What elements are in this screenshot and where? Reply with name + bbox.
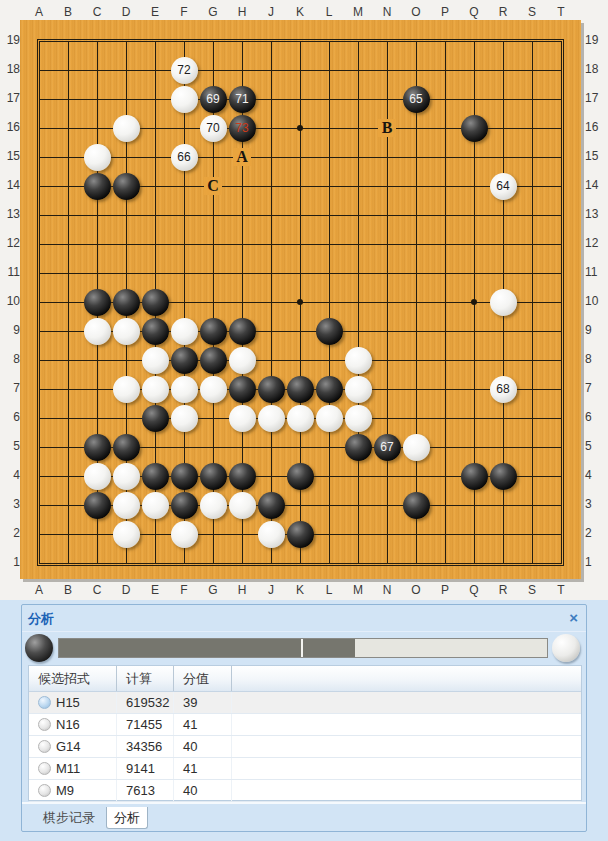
black-stone-D10: [113, 289, 140, 316]
move-number-70: 70: [206, 122, 219, 134]
black-stone-R4: [490, 463, 517, 490]
white-stone-H6: [229, 405, 256, 432]
col-label-bottom-T: T: [550, 583, 572, 598]
white-stone-F2: [171, 521, 198, 548]
black-stone-O3: [403, 492, 430, 519]
white-stone-D9: [113, 318, 140, 345]
white-stone-G16: 70: [200, 115, 227, 142]
col-label-top-E: E: [144, 5, 166, 20]
white-stone-L6: [316, 405, 343, 432]
row-label-left-5: 5: [2, 439, 20, 454]
white-stone-R14: 64: [490, 173, 517, 200]
stone-bullet-icon: [38, 696, 51, 709]
row-label-right-12: 12: [585, 236, 603, 251]
slider-track[interactable]: [58, 638, 548, 658]
white-stone-M8: [345, 347, 372, 374]
close-icon[interactable]: ×: [569, 609, 578, 626]
header-score: 分值: [174, 666, 232, 691]
row-label-right-7: 7: [585, 381, 603, 396]
black-stone-L9: [316, 318, 343, 345]
candidate-row-M9[interactable]: M9761340: [29, 780, 581, 802]
slider-fill: [59, 639, 355, 657]
calc-count-cell: 9141: [117, 758, 174, 779]
col-label-bottom-N: N: [376, 583, 398, 598]
black-stone-J3: [258, 492, 285, 519]
black-stone-E10: [142, 289, 169, 316]
candidate-move-label: M11: [56, 761, 80, 776]
white-stone-E3: [142, 492, 169, 519]
col-label-top-N: N: [376, 5, 398, 20]
candidate-move-cell: H15: [29, 692, 117, 713]
row-label-right-8: 8: [585, 352, 603, 367]
white-stone-F17: [171, 86, 198, 113]
empty-cell: [232, 780, 581, 801]
col-label-top-G: G: [202, 5, 224, 20]
row-label-right-10: 10: [585, 294, 603, 309]
grid-vline: [416, 41, 417, 564]
candidate-move-label: M9: [56, 783, 74, 798]
col-label-bottom-H: H: [231, 583, 253, 598]
white-stone-D2: [113, 521, 140, 548]
white-stone-slider-handle[interactable]: [552, 634, 580, 662]
white-stone-F7: [171, 376, 198, 403]
move-number-73: 73: [235, 122, 248, 134]
row-label-right-1: 1: [585, 555, 603, 570]
calc-count-cell: 71455: [117, 714, 174, 735]
col-label-bottom-K: K: [289, 583, 311, 598]
candidate-move-label: G14: [56, 739, 81, 754]
row-label-left-9: 9: [2, 323, 20, 338]
row-label-left-1: 1: [2, 555, 20, 570]
candidate-moves-table: 候选招式 计算 分值 H1561953239N167145541G1434356…: [28, 665, 582, 801]
row-label-right-3: 3: [585, 497, 603, 512]
col-label-bottom-G: G: [202, 583, 224, 598]
row-label-right-4: 4: [585, 468, 603, 483]
col-label-bottom-R: R: [492, 583, 514, 598]
white-stone-R10: [490, 289, 517, 316]
move-number-72: 72: [177, 64, 190, 76]
col-label-top-H: H: [231, 5, 253, 20]
black-stone-Q16: [461, 115, 488, 142]
row-label-left-16: 16: [2, 120, 20, 135]
black-stone-H9: [229, 318, 256, 345]
header-spacer: [232, 666, 581, 691]
header-calculations: 计算: [117, 666, 174, 691]
grid-hline: [39, 360, 562, 361]
black-stone-H7: [229, 376, 256, 403]
col-label-bottom-A: A: [28, 583, 50, 598]
star-point-K16: [297, 125, 303, 131]
row-label-left-13: 13: [2, 207, 20, 222]
bottom-tab-bar: 棋步记录分析: [22, 802, 586, 831]
row-label-right-16: 16: [585, 120, 603, 135]
calc-count-cell: 619532: [117, 692, 174, 713]
black-stone-K4: [287, 463, 314, 490]
annotation-B[interactable]: B: [378, 119, 396, 137]
candidate-row-N16[interactable]: N167145541: [29, 714, 581, 736]
tab-move-record[interactable]: 棋步记录: [36, 807, 102, 829]
white-stone-F18: 72: [171, 57, 198, 84]
row-label-left-6: 6: [2, 410, 20, 425]
col-label-top-M: M: [347, 5, 369, 20]
row-label-right-13: 13: [585, 207, 603, 222]
black-stone-H17: 71: [229, 86, 256, 113]
white-stone-D3: [113, 492, 140, 519]
move-number-68: 68: [496, 383, 509, 395]
row-label-left-14: 14: [2, 178, 20, 193]
black-stone-O17: 65: [403, 86, 430, 113]
go-app-window: AABBCCDDEEFFGGHHJJKKLLMMNNOOPPQQRRSSTT19…: [0, 0, 608, 841]
score-cell: 41: [174, 758, 232, 779]
black-stone-C5: [84, 434, 111, 461]
row-label-right-11: 11: [585, 265, 603, 280]
black-stone-F3: [171, 492, 198, 519]
black-stone-L7: [316, 376, 343, 403]
black-stone-J7: [258, 376, 285, 403]
black-stone-K7: [287, 376, 314, 403]
col-label-top-S: S: [521, 5, 543, 20]
empty-cell: [232, 714, 581, 735]
col-label-bottom-S: S: [521, 583, 543, 598]
stone-bullet-icon: [38, 718, 51, 731]
white-stone-O5: [403, 434, 430, 461]
row-label-right-17: 17: [585, 91, 603, 106]
tab-analysis[interactable]: 分析: [106, 807, 148, 829]
white-stone-G3: [200, 492, 227, 519]
white-stone-D7: [113, 376, 140, 403]
col-label-bottom-C: C: [86, 583, 108, 598]
col-label-bottom-Q: Q: [463, 583, 485, 598]
white-stone-E7: [142, 376, 169, 403]
black-stone-G9: [200, 318, 227, 345]
candidate-move-label: H15: [56, 695, 80, 710]
col-label-bottom-P: P: [434, 583, 456, 598]
row-label-left-2: 2: [2, 526, 20, 541]
col-label-bottom-D: D: [115, 583, 137, 598]
candidate-move-cell: M11: [29, 758, 117, 779]
move-number-67: 67: [380, 441, 393, 453]
candidate-move-cell: G14: [29, 736, 117, 757]
col-label-top-D: D: [115, 5, 137, 20]
col-label-top-O: O: [405, 5, 427, 20]
col-label-bottom-O: O: [405, 583, 427, 598]
white-stone-M6: [345, 405, 372, 432]
col-label-top-J: J: [260, 5, 282, 20]
black-stone-F8: [171, 347, 198, 374]
col-label-top-Q: Q: [463, 5, 485, 20]
row-label-right-15: 15: [585, 149, 603, 164]
col-label-top-F: F: [173, 5, 195, 20]
candidate-move-cell: N16: [29, 714, 117, 735]
row-label-left-11: 11: [2, 265, 20, 280]
candidate-move-label: N16: [56, 717, 80, 732]
black-stone-G4: [200, 463, 227, 490]
row-label-right-6: 6: [585, 410, 603, 425]
white-stone-K6: [287, 405, 314, 432]
white-stone-F9: [171, 318, 198, 345]
col-label-top-C: C: [86, 5, 108, 20]
black-stone-Q4: [461, 463, 488, 490]
white-stone-D16: [113, 115, 140, 142]
black-stone-E4: [142, 463, 169, 490]
grid-vline: [532, 41, 533, 564]
col-label-bottom-B: B: [57, 583, 79, 598]
row-label-right-2: 2: [585, 526, 603, 541]
black-stone-E9: [142, 318, 169, 345]
white-stone-C15: [84, 144, 111, 171]
black-stone-C14: [84, 173, 111, 200]
col-label-top-K: K: [289, 5, 311, 20]
black-stone-M5: [345, 434, 372, 461]
row-label-right-9: 9: [585, 323, 603, 338]
col-label-top-P: P: [434, 5, 456, 20]
row-label-left-4: 4: [2, 468, 20, 483]
star-point-Q10: [471, 299, 477, 305]
row-label-left-7: 7: [2, 381, 20, 396]
candidate-move-cell: M9: [29, 780, 117, 801]
row-label-right-14: 14: [585, 178, 603, 193]
col-label-bottom-M: M: [347, 583, 369, 598]
col-label-top-B: B: [57, 5, 79, 20]
col-label-top-R: R: [492, 5, 514, 20]
stone-bullet-icon: [38, 740, 51, 753]
white-stone-H3: [229, 492, 256, 519]
winrate-slider: [22, 631, 586, 665]
black-stone-G8: [200, 347, 227, 374]
move-number-69: 69: [206, 93, 219, 105]
empty-cell: [232, 758, 581, 779]
black-stone-D14: [113, 173, 140, 200]
col-label-top-T: T: [550, 5, 572, 20]
row-label-left-17: 17: [2, 91, 20, 106]
grid-vline: [561, 41, 562, 564]
white-stone-J2: [258, 521, 285, 548]
header-candidate-move: 候选招式: [29, 666, 117, 691]
white-stone-J6: [258, 405, 285, 432]
col-label-bottom-E: E: [144, 583, 166, 598]
row-label-left-10: 10: [2, 294, 20, 309]
stone-bullet-icon: [38, 762, 51, 775]
empty-cell: [232, 736, 581, 757]
white-stone-D4: [113, 463, 140, 490]
black-stone-N5: 67: [374, 434, 401, 461]
black-stone-E6: [142, 405, 169, 432]
white-stone-C9: [84, 318, 111, 345]
grid-hline: [39, 563, 562, 564]
calc-count-cell: 7613: [117, 780, 174, 801]
white-stone-R7: 68: [490, 376, 517, 403]
black-stone-D5: [113, 434, 140, 461]
black-stone-slider-handle[interactable]: [25, 634, 53, 662]
score-cell: 40: [174, 780, 232, 801]
annotation-C[interactable]: C: [204, 177, 222, 195]
grid-vline: [358, 41, 359, 564]
white-stone-F15: 66: [171, 144, 198, 171]
black-stone-F4: [171, 463, 198, 490]
row-label-left-15: 15: [2, 149, 20, 164]
move-number-71: 71: [235, 93, 248, 105]
white-stone-M7: [345, 376, 372, 403]
white-stone-H8: [229, 347, 256, 374]
annotation-A[interactable]: A: [233, 148, 251, 166]
row-label-left-8: 8: [2, 352, 20, 367]
move-number-64: 64: [496, 180, 509, 192]
white-stone-G7: [200, 376, 227, 403]
table-header-row: 候选招式 计算 分值: [29, 666, 581, 692]
row-label-left-18: 18: [2, 62, 20, 77]
analysis-panel: 分析 × 候选招式 计算 分值 H1561953239N167145541G14…: [21, 604, 587, 832]
white-stone-E8: [142, 347, 169, 374]
black-stone-C10: [84, 289, 111, 316]
go-board-area: AABBCCDDEEFFGGHHJJKKLLMMNNOOPPQQRRSSTT19…: [0, 0, 608, 600]
score-cell: 41: [174, 714, 232, 735]
move-number-65: 65: [409, 93, 422, 105]
row-label-left-19: 19: [2, 33, 20, 48]
score-cell: 40: [174, 736, 232, 757]
black-stone-H4: [229, 463, 256, 490]
col-label-bottom-F: F: [173, 583, 195, 598]
white-stone-C4: [84, 463, 111, 490]
col-label-top-A: A: [28, 5, 50, 20]
calc-count-cell: 34356: [117, 736, 174, 757]
black-stone-K2: [287, 521, 314, 548]
col-label-bottom-J: J: [260, 583, 282, 598]
candidate-row-H15[interactable]: H1561953239: [29, 692, 581, 714]
row-label-right-19: 19: [585, 33, 603, 48]
stone-bullet-icon: [38, 784, 51, 797]
black-stone-G17: 69: [200, 86, 227, 113]
col-label-top-L: L: [318, 5, 340, 20]
col-label-bottom-L: L: [318, 583, 340, 598]
empty-cell: [232, 692, 581, 713]
panel-title: 分析: [28, 610, 54, 628]
black-stone-C3: [84, 492, 111, 519]
row-label-left-3: 3: [2, 497, 20, 512]
slider-cursor[interactable]: [301, 639, 303, 657]
grid-vline: [445, 41, 446, 564]
grid-vline: [329, 41, 330, 564]
white-stone-F6: [171, 405, 198, 432]
row-label-left-12: 12: [2, 236, 20, 251]
analysis-panel-zone: 分析 × 候选招式 计算 分值 H1561953239N167145541G14…: [0, 600, 608, 841]
row-label-right-18: 18: [585, 62, 603, 77]
score-cell: 39: [174, 692, 232, 713]
star-point-K10: [297, 299, 303, 305]
candidate-row-M11[interactable]: M11914141: [29, 758, 581, 780]
move-number-66: 66: [177, 151, 190, 163]
row-label-right-5: 5: [585, 439, 603, 454]
black-stone-H16: 73: [229, 115, 256, 142]
candidate-row-G14[interactable]: G143435640: [29, 736, 581, 758]
